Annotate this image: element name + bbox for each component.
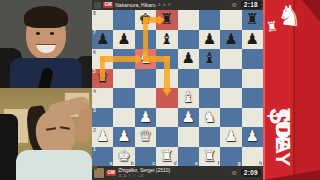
board-square[interactable]: ♜f (199, 147, 220, 167)
board-square[interactable] (178, 10, 199, 30)
gear-icon[interactable]: ⚙ (231, 2, 236, 8)
board-square[interactable] (113, 49, 134, 69)
piece-white-pawn[interactable]: ♟ (113, 127, 134, 147)
board-square[interactable]: ♚ (135, 10, 156, 30)
board-square[interactable]: ♟2 (92, 127, 113, 147)
piece-black-rook[interactable]: ♜ (242, 10, 263, 30)
board-square[interactable]: ♟ (199, 30, 220, 50)
board-square[interactable]: ♟ (135, 108, 156, 128)
board-square[interactable]: ♟ (220, 30, 241, 50)
piece-white-queen[interactable]: ♛ (135, 127, 156, 147)
file-label: g (238, 161, 241, 166)
board-square[interactable]: ♛ (135, 127, 156, 147)
file-label: d (173, 161, 176, 166)
board-square[interactable] (156, 108, 177, 128)
board-square[interactable] (156, 127, 177, 147)
board-square[interactable] (156, 69, 177, 89)
board-square[interactable] (242, 69, 263, 89)
board-square[interactable]: ♞ (135, 49, 156, 69)
board-square[interactable] (220, 10, 241, 30)
piece-black-rook[interactable]: ♜ (156, 10, 177, 30)
rank-label: 3 (93, 108, 96, 113)
title-badge: GM (103, 2, 113, 8)
board-square[interactable] (178, 30, 199, 50)
board-square[interactable]: ♟ (178, 108, 199, 128)
piece-black-pawn[interactable]: ♟ (242, 30, 263, 50)
file-label: h (259, 161, 262, 166)
rank-label: 5 (93, 69, 96, 74)
board-square[interactable]: 8 (92, 10, 113, 30)
top-player-bar: GM Nakamura, Hikaru ♙ ♙ ♗ ⚙ 2:18 (92, 0, 263, 10)
eye (36, 32, 40, 35)
material-advantage: +3 (138, 174, 143, 178)
board-square[interactable] (220, 88, 241, 108)
bottom-player-bar: GM Zhigalko, Sergei (2510) ♙ ♙ ♘ ♘ +3 ⚙ … (92, 166, 263, 180)
piece-black-bishop[interactable]: ♝ (199, 49, 220, 69)
piece-black-king[interactable]: ♚ (135, 10, 156, 30)
eye (50, 32, 54, 35)
board-square[interactable]: ♟ (113, 127, 134, 147)
stream-frame: GM Nakamura, Hikaru ♙ ♙ ♗ ⚙ 2:18 8♚♜♜♟7♟… (0, 0, 320, 180)
rank-label: 1 (93, 147, 96, 152)
file-label: e (195, 161, 198, 166)
board-square[interactable] (220, 49, 241, 69)
board-square[interactable]: ♟7 (92, 30, 113, 50)
piece-black-pawn[interactable]: ♟ (113, 30, 134, 50)
title-badge: GM (106, 170, 116, 176)
piece-black-pawn[interactable]: ♟ (178, 49, 199, 69)
rank-label: 8 (93, 11, 96, 16)
board-square[interactable] (220, 108, 241, 128)
board-square[interactable]: c (135, 147, 156, 167)
banner-word-tuesday: TUE$DAY (263, 56, 295, 176)
captured-pieces: ♙ ♙ ♗ (158, 3, 171, 7)
board-square[interactable] (113, 69, 134, 89)
board-square[interactable]: ♝ (178, 88, 199, 108)
board-square[interactable] (178, 127, 199, 147)
board-square[interactable] (156, 49, 177, 69)
board-square[interactable]: ♟ (242, 30, 263, 50)
board-square[interactable]: ♝ (199, 49, 220, 69)
file-label: f (218, 161, 220, 166)
bottom-clock: 2:09 (241, 169, 261, 178)
board-square[interactable] (242, 88, 263, 108)
piece-white-pawn[interactable]: ♟ (178, 108, 199, 128)
avatar[interactable] (94, 168, 104, 178)
board-square[interactable]: ♜d (156, 147, 177, 167)
board-square[interactable]: 4 (92, 88, 113, 108)
board-square[interactable]: ♜ (156, 10, 177, 30)
piece-white-bishop[interactable]: ♝ (178, 88, 199, 108)
piece-black-bishop[interactable]: ♝ (156, 30, 177, 50)
file-label: c (152, 161, 155, 166)
board-square[interactable] (135, 69, 156, 89)
board-square[interactable]: ♚b (113, 147, 134, 167)
streamer-hair (24, 6, 68, 28)
board-square[interactable] (156, 88, 177, 108)
board-square[interactable]: h (242, 147, 263, 167)
webcam-bottom (0, 88, 92, 180)
board-square[interactable]: 1a (92, 147, 113, 167)
board-square[interactable] (135, 88, 156, 108)
top-clock: 2:18 (241, 1, 261, 10)
board-square[interactable] (199, 10, 220, 30)
board-panel: GM Nakamura, Hikaru ♙ ♙ ♗ ⚙ 2:18 8♚♜♜♟7♟… (92, 0, 263, 180)
gear-icon[interactable]: ⚙ (231, 170, 236, 176)
file-label: b (131, 161, 134, 166)
avatar[interactable] (94, 2, 101, 9)
board-square[interactable] (220, 69, 241, 89)
rank-label: 4 (93, 89, 96, 94)
piece-white-pawn[interactable]: ♟ (220, 127, 241, 147)
board-square[interactable]: 6 (92, 49, 113, 69)
piece-white-knight[interactable]: ♞ (135, 49, 156, 69)
board-square[interactable] (199, 88, 220, 108)
player-name[interactable]: Nakamura, Hikaru (115, 3, 155, 8)
board-square[interactable] (113, 88, 134, 108)
webcam-top (0, 0, 92, 88)
shirt (16, 150, 92, 180)
board-square[interactable]: ♟ (220, 127, 241, 147)
piece-white-pawn[interactable]: ♟ (135, 108, 156, 128)
board-square[interactable]: g (220, 147, 241, 167)
flag-icon (172, 169, 177, 173)
rank-label: 7 (93, 30, 96, 35)
piece-black-pawn[interactable]: ♟ (220, 30, 241, 50)
knight-icon: ♞ (276, 1, 304, 31)
board-square[interactable]: ♛5 (92, 69, 113, 89)
board-square[interactable]: ♟ (178, 49, 199, 69)
board-square[interactable] (135, 30, 156, 50)
board-square[interactable] (199, 127, 220, 147)
piece-black-pawn[interactable]: ♟ (199, 30, 220, 50)
board-square[interactable]: ♜ (242, 10, 263, 30)
titled-tuesday-banner: ♜ ♞ TUE$DAY TITLED (263, 0, 320, 180)
piece-white-pawn[interactable]: ♟ (242, 127, 263, 147)
captured-pieces: ♙ ♙ ♘ ♘ (118, 174, 136, 178)
board-square[interactable] (113, 108, 134, 128)
board-square[interactable] (178, 69, 199, 89)
board-square[interactable]: ♞ (199, 108, 220, 128)
rank-label: 6 (93, 50, 96, 55)
chess-board[interactable]: 8♚♜♜♟7♟♝♟♟♟6♞♟♝♛54♝3♟♟♞♟2♟♛♟♟1a♚bc♜de♜fg… (92, 10, 263, 166)
board-square[interactable]: ♟ (242, 127, 263, 147)
board-square[interactable]: e (178, 147, 199, 167)
rank-label: 2 (93, 128, 96, 133)
board-square[interactable]: ♝ (156, 30, 177, 50)
board-square[interactable] (242, 108, 263, 128)
file-label: a (110, 161, 113, 166)
board-square[interactable]: ♟ (113, 30, 134, 50)
piece-white-knight[interactable]: ♞ (199, 108, 220, 128)
board-square[interactable]: 3 (92, 108, 113, 128)
board-square[interactable] (199, 69, 220, 89)
board-square[interactable] (242, 49, 263, 69)
board-square[interactable] (113, 10, 134, 30)
